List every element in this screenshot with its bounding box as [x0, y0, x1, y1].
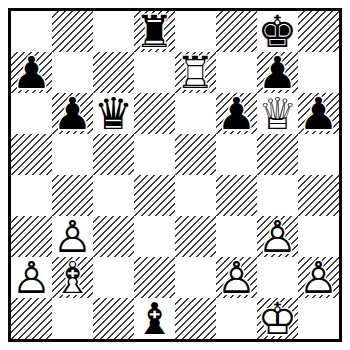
square-e7[interactable]: ♜♖: [175, 52, 216, 93]
piece-glyph: ♙: [298, 257, 339, 298]
square-f6[interactable]: ♟: [216, 93, 257, 134]
square-b3[interactable]: ♟♙: [52, 216, 93, 257]
square-b8[interactable]: [52, 11, 93, 52]
piece-glyph: ♔: [257, 298, 298, 339]
square-f5[interactable]: [216, 134, 257, 175]
piece-white-pawn[interactable]: ♟♙: [11, 257, 52, 298]
square-c8[interactable]: [93, 11, 134, 52]
square-c3[interactable]: [93, 216, 134, 257]
square-g5[interactable]: [257, 134, 298, 175]
square-g2[interactable]: [257, 257, 298, 298]
square-g1[interactable]: ♚♔: [257, 298, 298, 339]
square-h8[interactable]: [298, 11, 339, 52]
square-b4[interactable]: [52, 175, 93, 216]
square-e3[interactable]: [175, 216, 216, 257]
square-c4[interactable]: [93, 175, 134, 216]
piece-white-queen[interactable]: ♛♕: [257, 93, 298, 134]
square-a2[interactable]: ♟♙: [11, 257, 52, 298]
square-d5[interactable]: [134, 134, 175, 175]
square-c6[interactable]: ♛: [93, 93, 134, 134]
piece-glyph: ♚: [257, 11, 298, 52]
square-c7[interactable]: [93, 52, 134, 93]
square-f1[interactable]: [216, 298, 257, 339]
piece-black-pawn[interactable]: ♟: [298, 93, 339, 134]
square-c1[interactable]: [93, 298, 134, 339]
square-e4[interactable]: [175, 175, 216, 216]
piece-glyph: ♟: [216, 93, 257, 134]
piece-black-pawn[interactable]: ♟: [216, 93, 257, 134]
square-f2[interactable]: ♟♙: [216, 257, 257, 298]
square-c2[interactable]: [93, 257, 134, 298]
square-f4[interactable]: [216, 175, 257, 216]
piece-glyph: ♖: [175, 52, 216, 93]
square-h5[interactable]: [298, 134, 339, 175]
piece-white-pawn[interactable]: ♟♙: [216, 257, 257, 298]
square-d1[interactable]: ♝: [134, 298, 175, 339]
square-h3[interactable]: [298, 216, 339, 257]
square-h4[interactable]: [298, 175, 339, 216]
piece-black-pawn[interactable]: ♟: [11, 52, 52, 93]
square-e5[interactable]: [175, 134, 216, 175]
piece-white-king[interactable]: ♚♔: [257, 298, 298, 339]
piece-black-pawn[interactable]: ♟: [52, 93, 93, 134]
piece-white-bishop[interactable]: ♝♗: [52, 257, 93, 298]
square-g7[interactable]: ♟: [257, 52, 298, 93]
square-f3[interactable]: [216, 216, 257, 257]
square-e2[interactable]: [175, 257, 216, 298]
square-d7[interactable]: [134, 52, 175, 93]
square-g6[interactable]: ♛♕: [257, 93, 298, 134]
square-g3[interactable]: ♟♙: [257, 216, 298, 257]
square-a1[interactable]: [11, 298, 52, 339]
square-d8[interactable]: ♜: [134, 11, 175, 52]
piece-black-bishop[interactable]: ♝: [134, 298, 175, 339]
square-h6[interactable]: ♟: [298, 93, 339, 134]
piece-glyph: ♜: [134, 11, 175, 52]
piece-white-pawn[interactable]: ♟♙: [298, 257, 339, 298]
square-e8[interactable]: [175, 11, 216, 52]
square-g8[interactable]: ♚: [257, 11, 298, 52]
square-b2[interactable]: ♝♗: [52, 257, 93, 298]
board-frame: ♜♚♟♜♖♟♟♛♟♛♕♟♟♙♟♙♟♙♝♗♟♙♟♙♝♚♔: [8, 8, 342, 342]
square-d6[interactable]: [134, 93, 175, 134]
piece-white-rook[interactable]: ♜♖: [175, 52, 216, 93]
piece-glyph: ♛: [93, 93, 134, 134]
piece-glyph: ♟: [257, 52, 298, 93]
piece-glyph: ♙: [11, 257, 52, 298]
square-f8[interactable]: [216, 11, 257, 52]
piece-glyph: ♙: [216, 257, 257, 298]
square-h2[interactable]: ♟♙: [298, 257, 339, 298]
piece-black-pawn[interactable]: ♟: [257, 52, 298, 93]
square-b7[interactable]: [52, 52, 93, 93]
square-d3[interactable]: [134, 216, 175, 257]
square-a5[interactable]: [11, 134, 52, 175]
square-a7[interactable]: ♟: [11, 52, 52, 93]
square-a3[interactable]: [11, 216, 52, 257]
square-h7[interactable]: [298, 52, 339, 93]
square-h1[interactable]: [298, 298, 339, 339]
square-c5[interactable]: [93, 134, 134, 175]
piece-black-rook[interactable]: ♜: [134, 11, 175, 52]
square-e6[interactable]: [175, 93, 216, 134]
square-d4[interactable]: [134, 175, 175, 216]
piece-white-pawn[interactable]: ♟♙: [52, 216, 93, 257]
piece-glyph: ♟: [11, 52, 52, 93]
square-e1[interactable]: [175, 298, 216, 339]
square-b1[interactable]: [52, 298, 93, 339]
square-a8[interactable]: [11, 11, 52, 52]
piece-black-king[interactable]: ♚: [257, 11, 298, 52]
square-d2[interactable]: [134, 257, 175, 298]
piece-glyph: ♙: [257, 216, 298, 257]
chess-diagram: ♜♚♟♜♖♟♟♛♟♛♕♟♟♙♟♙♟♙♝♗♟♙♟♙♝♚♔: [0, 0, 350, 350]
piece-glyph: ♝: [134, 298, 175, 339]
piece-glyph: ♙: [52, 216, 93, 257]
piece-glyph: ♕: [257, 93, 298, 134]
square-a4[interactable]: [11, 175, 52, 216]
square-a6[interactable]: [11, 93, 52, 134]
square-b6[interactable]: ♟: [52, 93, 93, 134]
piece-white-pawn[interactable]: ♟♙: [257, 216, 298, 257]
piece-glyph: ♗: [52, 257, 93, 298]
piece-black-queen[interactable]: ♛: [93, 93, 134, 134]
chess-board: ♜♚♟♜♖♟♟♛♟♛♕♟♟♙♟♙♟♙♝♗♟♙♟♙♝♚♔: [11, 11, 339, 339]
square-g4[interactable]: [257, 175, 298, 216]
square-b5[interactable]: [52, 134, 93, 175]
piece-glyph: ♟: [298, 93, 339, 134]
piece-glyph: ♟: [52, 93, 93, 134]
square-f7[interactable]: [216, 52, 257, 93]
